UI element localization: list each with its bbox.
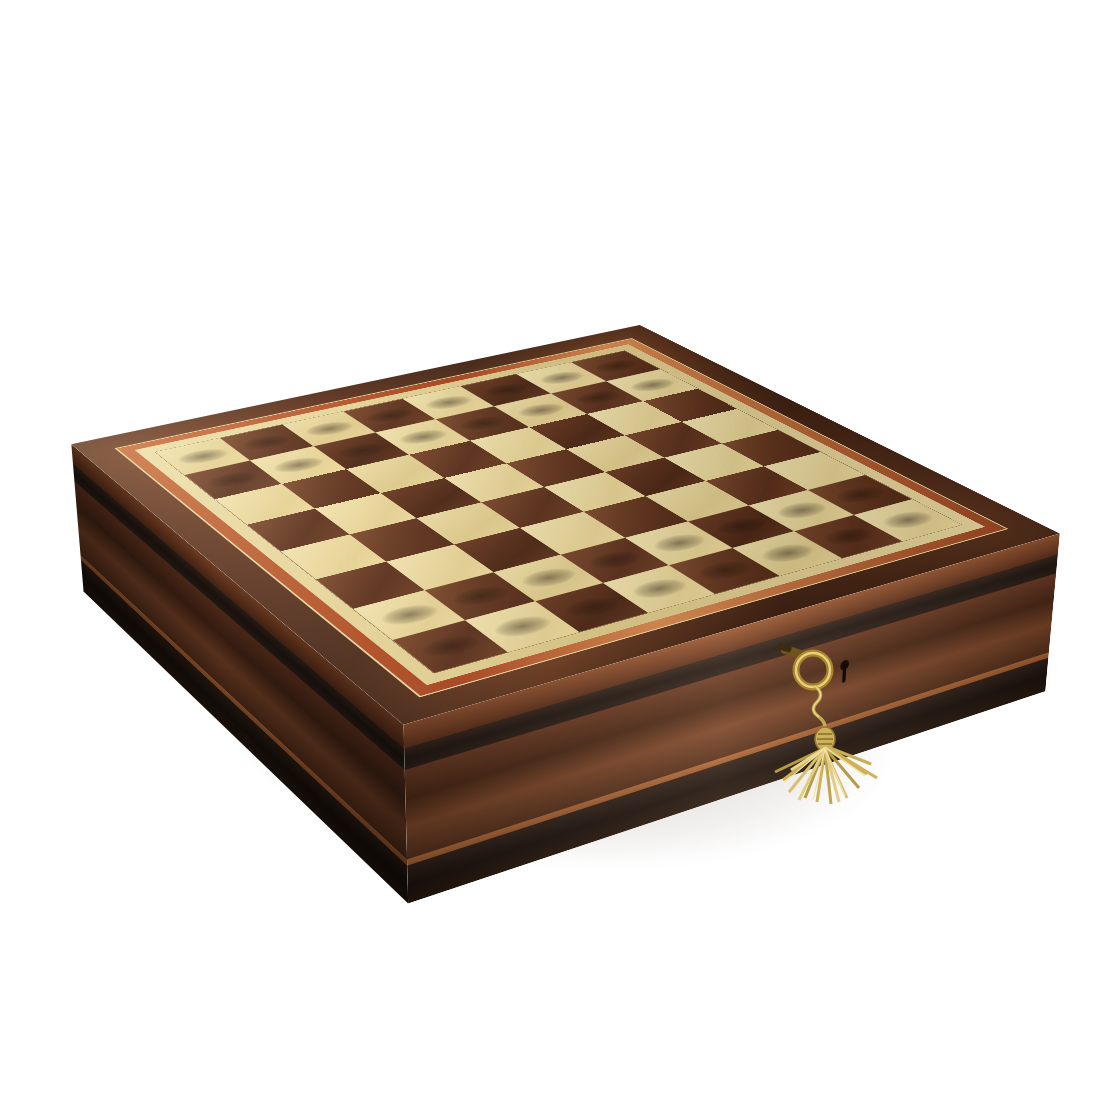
silver-pawn[interactable]: ♟ bbox=[481, 507, 563, 631]
silver-pawn[interactable]: ♟ bbox=[408, 524, 491, 650]
key-with-tassel[interactable] bbox=[755, 622, 945, 822]
gold-pawn[interactable]: ♟ bbox=[197, 375, 269, 483]
product-photo-scene: ♜♞♝♛♚♝♞♜♟♟♟♟♟♟♟♟♜♞♝♛♚♝♞♜♟♟♟♟♟♟♟♟ bbox=[0, 0, 1118, 1118]
tassel-icon bbox=[775, 686, 877, 804]
brass-key-icon bbox=[777, 642, 830, 687]
gold-pawn[interactable]: ♟ bbox=[263, 362, 334, 469]
